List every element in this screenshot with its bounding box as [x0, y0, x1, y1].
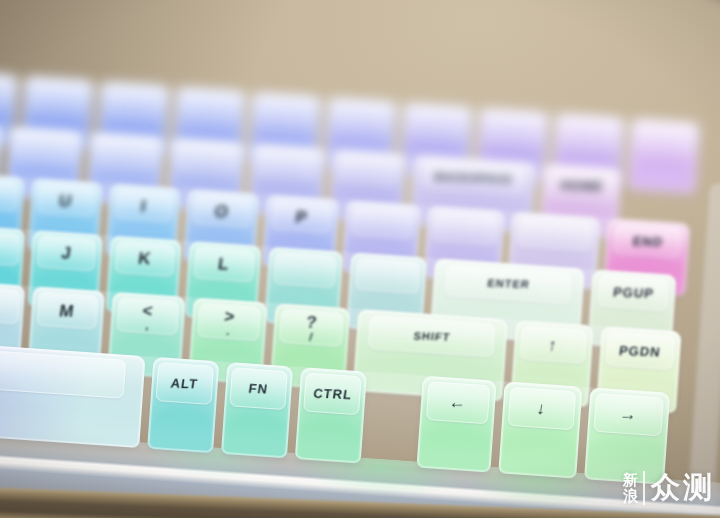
keycap-rows: BACKSPACEHOMEUIOPENDJKLENTERPGUPM<,>.?/S…	[0, 72, 720, 492]
key-comma-cap: <,	[116, 297, 180, 336]
key-legend-sub: /	[309, 331, 314, 342]
watermark-char-2: 浪	[623, 488, 638, 505]
key-blank-cap	[560, 118, 619, 152]
key-arrow-up-cap: ↑	[519, 325, 587, 364]
key-alt-cap: ALT	[156, 362, 214, 404]
key-legend: →	[619, 406, 639, 424]
key-blank-cap	[0, 231, 20, 266]
key-legend: ←	[448, 394, 468, 412]
key-pgup-cap: PGUP	[597, 275, 670, 312]
key-pgdn-cap: PGDN	[605, 331, 674, 370]
key-blank-cap	[0, 178, 19, 212]
key-fn-cap: FN	[230, 367, 288, 409]
key-m-cap: M	[36, 292, 99, 331]
key-legend: END	[632, 234, 664, 248]
key-o-cap: O	[192, 194, 254, 228]
key-blank-cap	[517, 217, 593, 252]
key-backspace-cap: BACKSPACE	[422, 160, 526, 196]
key-k-cap: K	[114, 241, 176, 277]
key-legend: PGUP	[612, 286, 655, 300]
key-end-cap: END	[612, 224, 683, 259]
key-shift-cap: SHIFT	[368, 315, 496, 358]
key-legend: U	[58, 192, 74, 209]
key-blank-cap	[635, 123, 694, 157]
transparent-rgb-keyboard: BACKSPACEHOMEUIOPENDJKLENTERPGUPM<,>.?/S…	[0, 72, 720, 518]
key-blank-cap	[29, 81, 88, 115]
key-space	[0, 340, 146, 448]
key-legend: K	[137, 250, 153, 267]
key-p-cap: P	[270, 200, 332, 234]
key-legend-sub: .	[226, 326, 231, 337]
key-blank-cap	[256, 96, 315, 130]
key-i-cap: I	[114, 189, 175, 223]
key-space-cap	[0, 346, 126, 398]
key-legend: M	[59, 302, 77, 319]
key-l-cap: L	[193, 246, 256, 282]
key-arrow-down-cap: ↓	[508, 387, 576, 430]
key-blank-cap	[105, 86, 164, 120]
key-legend: PGDN	[618, 344, 661, 358]
key-blank-cap	[408, 107, 467, 141]
key-legend: SHIFT	[413, 330, 451, 342]
key-blank-cap	[0, 288, 21, 325]
key-u-cap: U	[36, 183, 97, 217]
key-legend: ↑	[547, 336, 559, 353]
watermark-stacked-chars: 新 浪	[623, 472, 638, 505]
key-blank-cap	[180, 91, 239, 125]
watermark-main-text: 众测	[651, 468, 715, 508]
key-blank-cap	[332, 102, 391, 136]
key-arrow-left-cap: ←	[426, 381, 491, 424]
key-legend: CTRL	[312, 387, 352, 401]
key-legend: J	[60, 245, 73, 262]
key-legend-sub: ,	[145, 320, 150, 331]
watermark-divider	[643, 471, 645, 505]
key-blank-cap	[484, 112, 543, 146]
key-legend: ENTER	[487, 278, 531, 290]
key-enter-cap: ENTER	[445, 264, 573, 305]
key-fn: FN	[221, 362, 293, 458]
key-j-cap: J	[36, 235, 97, 271]
key-slash-cap: ?/	[279, 309, 344, 348]
key-legend: BACKSPACE	[434, 172, 513, 186]
key-period-cap: >.	[197, 303, 261, 342]
key-legend: O	[214, 203, 231, 220]
key-ctrl-cap: CTRL	[303, 372, 361, 414]
key-ctrl: CTRL	[295, 367, 367, 463]
key-blank-cap	[175, 143, 238, 177]
key-blank-cap	[337, 154, 400, 188]
watermark-sina-zhongce: 新 浪 众测	[623, 468, 715, 508]
key-home-cap: HOME	[548, 169, 615, 203]
key-legend: FN	[248, 382, 269, 396]
key-legend: L	[217, 256, 231, 273]
key-legend: HOME	[559, 179, 604, 193]
key-blank-cap	[350, 205, 414, 239]
scene: BACKSPACEHOMEUIOPENDJKLENTERPGUPM<,>.?/S…	[0, 0, 720, 518]
key-blank-cap	[0, 75, 12, 109]
key-arrow-right-cap: →	[594, 393, 664, 436]
key-blank-cap	[256, 149, 319, 183]
key-legend: ?	[305, 313, 319, 330]
key-legend: P	[294, 208, 309, 225]
key-legend: I	[140, 197, 148, 214]
key-blank	[627, 118, 700, 195]
key-legend: <	[142, 302, 155, 319]
key-blank-cap	[95, 137, 158, 171]
watermark-char-1: 新	[623, 472, 638, 489]
key-legend: ALT	[170, 376, 199, 390]
key-legend: >	[223, 308, 236, 325]
key-blank-cap	[273, 252, 337, 288]
key-blank-cap	[432, 211, 498, 246]
key-legend: ↓	[536, 400, 548, 417]
key-blank-cap	[14, 132, 77, 166]
key-blank-cap	[355, 258, 421, 294]
key-arrow-down: ↓	[498, 381, 582, 478]
key-alt: ALT	[147, 357, 219, 453]
key-arrow-left: ←	[416, 376, 496, 473]
